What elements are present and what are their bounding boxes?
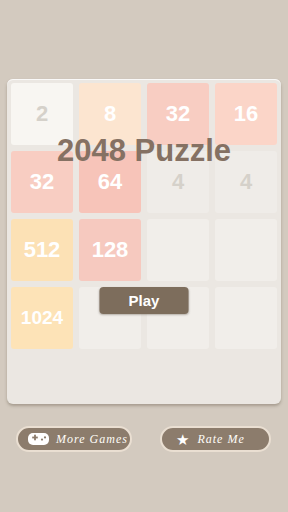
empty-cell	[215, 219, 277, 281]
empty-cell	[147, 219, 209, 281]
tile-512: 512	[11, 219, 73, 281]
tile-128: 128	[79, 219, 141, 281]
app-screen: { "game": "2048", "position": "2,8,32,16…	[0, 0, 288, 512]
rate-me-label: Rate Me	[197, 432, 244, 447]
empty-cell	[215, 287, 277, 349]
play-button[interactable]: Play	[100, 287, 189, 314]
page-title: 2048 Puzzle	[0, 133, 288, 169]
rate-me-button[interactable]: ★ Rate Me	[160, 426, 271, 452]
more-games-button[interactable]: More Games	[16, 426, 132, 452]
gamepad-icon	[28, 432, 49, 446]
tile-1024: 1024	[11, 287, 73, 349]
star-icon: ★	[176, 432, 189, 447]
more-games-label: More Games	[56, 432, 128, 447]
board-surface: 2832163264445121281024	[7, 79, 281, 404]
